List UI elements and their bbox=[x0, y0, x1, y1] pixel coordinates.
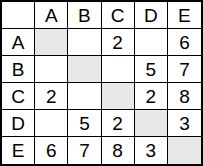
grid-cell-CB[interactable] bbox=[68, 83, 101, 110]
row-header-A: A bbox=[2, 29, 35, 56]
grid-cell-CE[interactable]: 8 bbox=[168, 83, 201, 110]
grid-cell-AC[interactable]: 2 bbox=[102, 29, 135, 56]
column-header-B: B bbox=[68, 2, 101, 29]
grid-cell-DE[interactable]: 3 bbox=[168, 110, 201, 137]
grid-cell-DC[interactable]: 2 bbox=[102, 110, 135, 137]
diagonal-cell-AA bbox=[35, 29, 68, 56]
grid-cell-AE[interactable]: 6 bbox=[168, 29, 201, 56]
grid-cell-AB[interactable] bbox=[68, 29, 101, 56]
grid-cell-CD[interactable]: 2 bbox=[135, 83, 168, 110]
grid-cell-DA[interactable] bbox=[35, 110, 68, 137]
grid-cell-EB[interactable]: 7 bbox=[68, 137, 101, 164]
row-header-D: D bbox=[2, 110, 35, 137]
grid-cell-EA[interactable]: 6 bbox=[35, 137, 68, 164]
grid-cell-BC[interactable] bbox=[102, 56, 135, 83]
grid-cell-DB[interactable]: 5 bbox=[68, 110, 101, 137]
diagonal-cell-EE bbox=[168, 137, 201, 164]
row-header-C: C bbox=[2, 83, 35, 110]
column-header-C: C bbox=[102, 2, 135, 29]
grid-cell-EC[interactable]: 8 bbox=[102, 137, 135, 164]
diagonal-cell-BB bbox=[68, 56, 101, 83]
grid-cell-BE[interactable]: 7 bbox=[168, 56, 201, 83]
grid-cell-BD[interactable]: 5 bbox=[135, 56, 168, 83]
matrix-grid: ABCDEA26B57C228D523E6783 bbox=[0, 0, 203, 166]
grid-cell-ED[interactable]: 3 bbox=[135, 137, 168, 164]
row-header-B: B bbox=[2, 56, 35, 83]
corner-cell bbox=[2, 2, 35, 29]
grid-cell-CA[interactable]: 2 bbox=[35, 83, 68, 110]
diagonal-cell-DD bbox=[135, 110, 168, 137]
column-header-D: D bbox=[135, 2, 168, 29]
diagonal-cell-CC bbox=[102, 83, 135, 110]
row-header-E: E bbox=[2, 137, 35, 164]
grid-cell-AD[interactable] bbox=[135, 29, 168, 56]
column-header-E: E bbox=[168, 2, 201, 29]
column-header-A: A bbox=[35, 2, 68, 29]
grid-cell-BA[interactable] bbox=[35, 56, 68, 83]
